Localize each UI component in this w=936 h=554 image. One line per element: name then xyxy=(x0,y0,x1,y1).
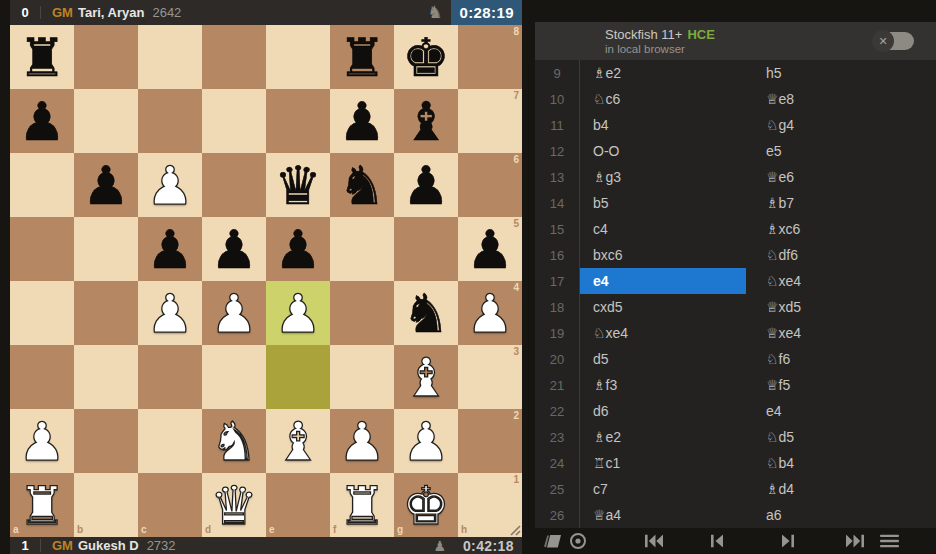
square-h6[interactable]: 6 xyxy=(458,153,522,217)
move-number: 9 xyxy=(535,60,580,86)
black-pawn-b6[interactable]: ♟ xyxy=(82,159,130,212)
move-21-black[interactable]: ♕f5 xyxy=(746,372,936,398)
square-h7[interactable]: 7 xyxy=(458,89,522,153)
move-row-20: 20d5♘f6 xyxy=(535,346,936,372)
square-a7[interactable]: ♟ xyxy=(10,89,74,153)
bottom-player-score: 1 xyxy=(10,538,40,553)
rank-label-7: 7 xyxy=(513,91,519,101)
move-14-black[interactable]: ♗b7 xyxy=(746,190,936,216)
square-f1[interactable]: f♜ xyxy=(330,473,394,537)
white-rook-f1[interactable]: ♜ xyxy=(338,479,386,532)
move-row-18: 18cxd5♕xd5 xyxy=(535,294,936,320)
white-pawn-e4[interactable]: ♟ xyxy=(274,287,322,340)
engine-text: Stockfish 11+HCE in local browser xyxy=(535,27,715,55)
white-knight-d2[interactable]: ♞ xyxy=(210,415,258,468)
square-a6[interactable] xyxy=(10,153,74,217)
square-b5[interactable] xyxy=(74,217,138,281)
white-pawn-f2[interactable]: ♟ xyxy=(338,415,386,468)
move-19-black[interactable]: ♕xe4 xyxy=(746,320,936,346)
black-pawn-f7[interactable]: ♟ xyxy=(338,95,386,148)
move-19-white[interactable]: ♘xe4 xyxy=(580,320,746,346)
top-player-rating: 2642 xyxy=(152,5,181,20)
square-f8[interactable]: ♜ xyxy=(330,25,394,89)
white-bishop-e2[interactable]: ♝ xyxy=(274,415,322,468)
square-e5[interactable]: ♟ xyxy=(266,217,330,281)
square-a2[interactable]: ♟ xyxy=(10,409,74,473)
top-player-clock: 0:28:19 xyxy=(451,0,522,25)
move-number: 26 xyxy=(535,502,580,528)
move-15-black[interactable]: ♗xc6 xyxy=(746,216,936,242)
move-22-black[interactable]: e4 xyxy=(746,398,936,424)
move-16-black[interactable]: ♘df6 xyxy=(746,242,936,268)
top-player-score: 0 xyxy=(10,5,40,20)
square-b4[interactable] xyxy=(74,281,138,345)
move-row-25: 25c7♗d4 xyxy=(535,476,936,502)
square-g8[interactable]: ♚ xyxy=(394,25,458,89)
move-number: 17 xyxy=(535,268,580,294)
target-icon[interactable] xyxy=(569,532,587,550)
move-17-black[interactable]: ♘xe4 xyxy=(746,268,936,294)
square-c7[interactable] xyxy=(138,89,202,153)
white-pawn-d4[interactable]: ♟ xyxy=(210,287,258,340)
move-row-26: 26♕a4a6 xyxy=(535,502,936,528)
move-row-14: 14b5♗b7 xyxy=(535,190,936,216)
resize-handle-icon[interactable] xyxy=(509,524,521,536)
move-18-white[interactable]: cxd5 xyxy=(580,294,746,320)
move-20-white[interactable]: d5 xyxy=(580,346,746,372)
square-e2[interactable]: ♝ xyxy=(266,409,330,473)
next-move-icon[interactable] xyxy=(782,535,794,548)
black-pawn-d5[interactable]: ♟ xyxy=(210,223,258,276)
move-row-24: 24♖c1♘b4 xyxy=(535,450,936,476)
move-23-black[interactable]: ♘d5 xyxy=(746,424,936,450)
rank-label-5: 5 xyxy=(513,219,519,229)
square-d6[interactable] xyxy=(202,153,266,217)
square-d8[interactable] xyxy=(202,25,266,89)
bar-separator xyxy=(40,6,41,19)
square-b6[interactable]: ♟ xyxy=(74,153,138,217)
move-row-10: 10♘c6♕e8 xyxy=(535,86,936,112)
square-f6[interactable]: ♞ xyxy=(330,153,394,217)
square-e7[interactable] xyxy=(266,89,330,153)
file-label-g: g xyxy=(397,525,403,535)
square-h8[interactable]: 8 xyxy=(458,25,522,89)
square-c8[interactable] xyxy=(138,25,202,89)
square-f4[interactable] xyxy=(330,281,394,345)
move-row-13: 13♗g3♕e6 xyxy=(535,164,936,190)
top-player-bar: 0 GM Tari, Aryan 2642 ♞ 0:28:19 xyxy=(10,0,522,25)
move-number: 16 xyxy=(535,242,580,268)
bottom-player-name[interactable]: Gukesh D xyxy=(78,538,139,553)
square-g1[interactable]: g♚ xyxy=(394,473,458,537)
move-row-15: 15c4♗xc6 xyxy=(535,216,936,242)
square-b2[interactable] xyxy=(74,409,138,473)
square-b7[interactable] xyxy=(74,89,138,153)
file-label-d: d xyxy=(205,525,211,535)
square-a8[interactable]: ♜ xyxy=(10,25,74,89)
control-bar xyxy=(535,528,936,554)
move-number: 22 xyxy=(535,398,580,424)
move-18-black[interactable]: ♕xd5 xyxy=(746,294,936,320)
square-h3[interactable]: 3 xyxy=(458,345,522,409)
move-26-white[interactable]: ♕a4 xyxy=(580,502,746,528)
square-c1[interactable]: c xyxy=(138,473,202,537)
square-e6[interactable]: ♛ xyxy=(266,153,330,217)
move-17-white[interactable]: e4 xyxy=(580,268,746,294)
square-a4[interactable] xyxy=(10,281,74,345)
white-rook-a1[interactable]: ♜ xyxy=(18,479,66,532)
square-d2[interactable]: ♞ xyxy=(202,409,266,473)
black-queen-e6[interactable]: ♛ xyxy=(274,159,322,212)
move-number: 25 xyxy=(535,476,580,502)
square-h5[interactable]: 5♟ xyxy=(458,217,522,281)
move-9-black[interactable]: h5 xyxy=(746,60,936,86)
pawn-icon: ♟ xyxy=(433,539,446,553)
menu-icon[interactable] xyxy=(880,535,899,548)
square-b8[interactable] xyxy=(74,25,138,89)
move-number: 14 xyxy=(535,190,580,216)
black-pawn-a7[interactable]: ♟ xyxy=(18,95,66,148)
file-label-a: a xyxy=(13,525,19,535)
move-number: 19 xyxy=(535,320,580,346)
square-b3[interactable] xyxy=(74,345,138,409)
move-number: 15 xyxy=(535,216,580,242)
move-row-16: 16bxc6♘df6 xyxy=(535,242,936,268)
square-g3[interactable]: ♝ xyxy=(394,345,458,409)
engine-name-line: Stockfish 11+HCE xyxy=(605,27,715,42)
knight-icon: ♞ xyxy=(427,4,442,21)
square-f5[interactable] xyxy=(330,217,394,281)
move-row-23: 23♗e2♘d5 xyxy=(535,424,936,450)
move-row-11: 11b4♘g4 xyxy=(535,112,936,138)
broadcast-app: 0 GM Tari, Aryan 2642 ♞ 0:28:19 ♜♜♚8♟♟♝7… xyxy=(0,0,936,554)
move-number: 18 xyxy=(535,294,580,320)
black-king-g8[interactable]: ♚ xyxy=(402,31,450,84)
square-g7[interactable]: ♝ xyxy=(394,89,458,153)
square-c5[interactable]: ♟ xyxy=(138,217,202,281)
square-b1[interactable]: b xyxy=(74,473,138,537)
white-bishop-g3[interactable]: ♝ xyxy=(402,351,450,404)
move-list: 9♗e2h510♘c6♕e811b4♘g412O-Oe513♗g3♕e614b5… xyxy=(535,60,936,528)
top-player-title: GM xyxy=(52,5,73,20)
square-a5[interactable] xyxy=(10,217,74,281)
white-pawn-g2[interactable]: ♟ xyxy=(402,415,450,468)
square-d1[interactable]: d♛ xyxy=(202,473,266,537)
move-26-black[interactable]: a6 xyxy=(746,502,936,528)
move-row-19: 19♘xe4♕xe4 xyxy=(535,320,936,346)
square-e3[interactable] xyxy=(266,345,330,409)
last-move-icon[interactable] xyxy=(846,535,864,548)
black-rook-a8[interactable]: ♜ xyxy=(18,31,66,84)
black-knight-f6[interactable]: ♞ xyxy=(338,159,386,212)
move-11-white[interactable]: b4 xyxy=(580,112,746,138)
chess-board[interactable]: ♜♜♚8♟♟♝7♟♟♛♞♟6♟♟♟5♟♟♟♟♞4♟♝3♟♞♝♟♟2a♜bcd♛e… xyxy=(10,25,522,537)
file-label-c: c xyxy=(141,525,147,535)
file-label-e: e xyxy=(269,525,275,535)
move-25-white[interactable]: c7 xyxy=(580,476,746,502)
board-column: 0 GM Tari, Aryan 2642 ♞ 0:28:19 ♜♜♚8♟♟♝7… xyxy=(0,0,535,554)
black-pawn-h5[interactable]: ♟ xyxy=(466,223,514,276)
move-14-white[interactable]: b5 xyxy=(580,190,746,216)
bar-separator xyxy=(40,539,41,552)
move-12-white[interactable]: O-O xyxy=(580,138,746,164)
square-g5[interactable] xyxy=(394,217,458,281)
move-16-white[interactable]: bxc6 xyxy=(580,242,746,268)
rank-label-1: 1 xyxy=(513,475,519,485)
white-king-g1[interactable]: ♚ xyxy=(402,479,450,532)
square-e1[interactable]: e xyxy=(266,473,330,537)
square-e8[interactable] xyxy=(266,25,330,89)
square-a1[interactable]: a♜ xyxy=(10,473,74,537)
square-e4[interactable]: ♟ xyxy=(266,281,330,345)
move-21-white[interactable]: ♗f3 xyxy=(580,372,746,398)
move-23-white[interactable]: ♗e2 xyxy=(580,424,746,450)
top-player-name[interactable]: Tari, Aryan xyxy=(78,5,144,20)
square-d7[interactable] xyxy=(202,89,266,153)
square-f3[interactable] xyxy=(330,345,394,409)
move-number: 12 xyxy=(535,138,580,164)
move-9-white[interactable]: ♗e2 xyxy=(580,60,746,86)
black-pawn-c5[interactable]: ♟ xyxy=(146,223,194,276)
engine-name: Stockfish 11+ xyxy=(605,27,682,42)
rank-label-6: 6 xyxy=(513,155,519,165)
white-pawn-a2[interactable]: ♟ xyxy=(18,415,66,468)
move-row-9: 9♗e2h5 xyxy=(535,60,936,86)
move-12-black[interactable]: e5 xyxy=(746,138,936,164)
move-25-black[interactable]: ♗d4 xyxy=(746,476,936,502)
black-bishop-g7[interactable]: ♝ xyxy=(402,95,450,148)
white-pawn-c4[interactable]: ♟ xyxy=(146,287,194,340)
move-number: 23 xyxy=(535,424,580,450)
square-d4[interactable]: ♟ xyxy=(202,281,266,345)
rank-label-2: 2 xyxy=(513,411,519,421)
move-20-black[interactable]: ♘f6 xyxy=(746,346,936,372)
rank-label-8: 8 xyxy=(513,27,519,37)
square-h4[interactable]: 4♟ xyxy=(458,281,522,345)
bottom-player-rating: 2732 xyxy=(147,538,176,553)
square-d5[interactable]: ♟ xyxy=(202,217,266,281)
move-13-black[interactable]: ♕e6 xyxy=(746,164,936,190)
square-g2[interactable]: ♟ xyxy=(394,409,458,473)
rank-label-3: 3 xyxy=(513,347,519,357)
square-f2[interactable]: ♟ xyxy=(330,409,394,473)
engine-variant: HCE xyxy=(687,27,714,42)
move-22-white[interactable]: d6 xyxy=(580,398,746,424)
first-move-icon[interactable] xyxy=(645,535,663,548)
move-number: 21 xyxy=(535,372,580,398)
move-number: 20 xyxy=(535,346,580,372)
prev-move-icon[interactable] xyxy=(711,535,723,548)
black-knight-g4[interactable]: ♞ xyxy=(402,287,450,340)
move-number: 11 xyxy=(535,112,580,138)
move-number: 24 xyxy=(535,450,580,476)
square-a3[interactable] xyxy=(10,345,74,409)
move-10-black[interactable]: ♕e8 xyxy=(746,86,936,112)
move-15-white[interactable]: c4 xyxy=(580,216,746,242)
square-f7[interactable]: ♟ xyxy=(330,89,394,153)
move-row-22: 22d6e4 xyxy=(535,398,936,424)
file-label-h: h xyxy=(461,525,467,535)
move-row-21: 21♗f3♕f5 xyxy=(535,372,936,398)
black-pawn-g6[interactable]: ♟ xyxy=(402,159,450,212)
move-10-white[interactable]: ♘c6 xyxy=(580,86,746,112)
square-c6[interactable]: ♟ xyxy=(138,153,202,217)
move-24-black[interactable]: ♘b4 xyxy=(746,450,936,476)
file-label-f: f xyxy=(333,525,336,535)
bottom-player-title: GM xyxy=(52,538,73,553)
analysis-panel: Stockfish 11+HCE in local browser 9♗e2h5… xyxy=(535,0,936,554)
engine-toggle[interactable] xyxy=(874,32,914,50)
square-c3[interactable] xyxy=(138,345,202,409)
engine-toggle-off-icon[interactable] xyxy=(872,30,894,52)
square-h2[interactable]: 2 xyxy=(458,409,522,473)
square-c4[interactable]: ♟ xyxy=(138,281,202,345)
move-13-white[interactable]: ♗g3 xyxy=(580,164,746,190)
white-pawn-h4[interactable]: ♟ xyxy=(466,287,514,340)
white-queen-d1[interactable]: ♛ xyxy=(210,479,258,532)
bottom-player-bar: 1 GM Gukesh D 2732 ♟ 0:42:18 xyxy=(10,537,522,554)
move-24-white[interactable]: ♖c1 xyxy=(580,450,746,476)
file-label-b: b xyxy=(77,525,83,535)
move-row-17: 17e4♘xe4 xyxy=(535,268,936,294)
move-number: 10 xyxy=(535,86,580,112)
black-pawn-e5[interactable]: ♟ xyxy=(274,223,322,276)
move-number: 13 xyxy=(535,164,580,190)
square-d3[interactable] xyxy=(202,345,266,409)
black-rook-f8[interactable]: ♜ xyxy=(338,31,386,84)
white-pawn-c6[interactable]: ♟ xyxy=(146,159,194,212)
square-g4[interactable]: ♞ xyxy=(394,281,458,345)
square-c2[interactable] xyxy=(138,409,202,473)
rank-label-4: 4 xyxy=(513,283,519,293)
book-icon[interactable] xyxy=(543,534,562,549)
move-row-12: 12O-Oe5 xyxy=(535,138,936,164)
engine-location: in local browser xyxy=(605,43,715,55)
move-11-black[interactable]: ♘g4 xyxy=(746,112,936,138)
square-g6[interactable]: ♟ xyxy=(394,153,458,217)
bottom-player-clock: 0:42:18 xyxy=(455,537,522,554)
engine-panel: Stockfish 11+HCE in local browser xyxy=(535,22,936,60)
